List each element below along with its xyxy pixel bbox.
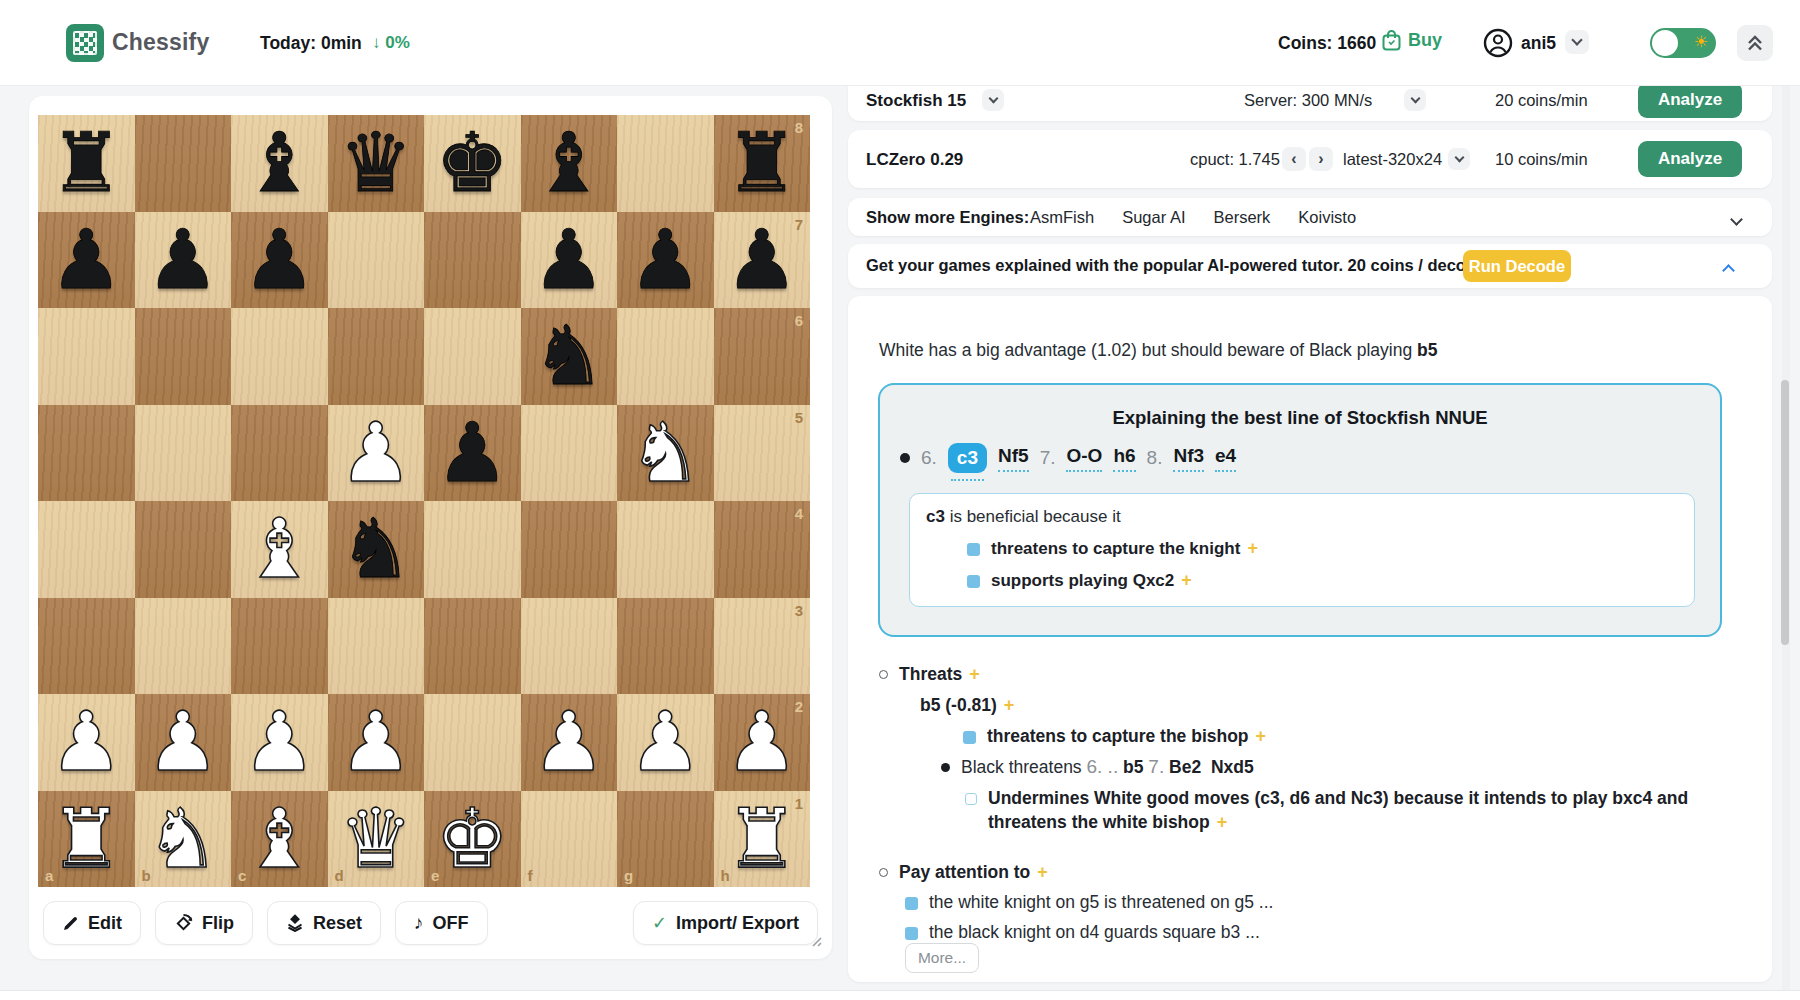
- white-pawn[interactable]: ♟: [532, 701, 606, 783]
- black-pawn[interactable]: ♟: [628, 219, 702, 301]
- bluesq-bullet-icon: [967, 543, 980, 556]
- chessify-logo-icon[interactable]: [66, 24, 104, 62]
- white-bishop[interactable]: ♝: [242, 508, 316, 590]
- square-f4[interactable]: [521, 501, 618, 598]
- music-note-icon: ♪: [414, 912, 424, 934]
- square-e3[interactable]: [424, 598, 521, 695]
- text-token: b5: [1118, 757, 1148, 777]
- bluesq-bullet-icon: [905, 927, 918, 940]
- network-label[interactable]: latest-320x24: [1343, 150, 1442, 169]
- square-a7[interactable]: ♟: [38, 212, 135, 309]
- square-b6[interactable]: [135, 308, 232, 405]
- reason-list: threatens to capture the knight+supports…: [926, 536, 1694, 593]
- toggle-knob: [1652, 30, 1678, 56]
- file-label: a: [45, 867, 53, 884]
- sun-icon: ☀: [1694, 32, 1708, 51]
- file-label: b: [142, 867, 151, 884]
- best-line-moves[interactable]: 6.c3Nf57.O-Oh68.Nf3e4: [900, 443, 1247, 473]
- square-d4[interactable]: ♞: [328, 501, 425, 598]
- square-f8[interactable]: ♝: [521, 115, 618, 212]
- black-rook[interactable]: ♜: [725, 122, 799, 204]
- server-select-chevron[interactable]: [1404, 89, 1426, 111]
- plus-icon[interactable]: +: [1217, 812, 1228, 832]
- collapse-panel-button[interactable]: [1737, 25, 1773, 61]
- square-d6[interactable]: [328, 308, 425, 405]
- dot-bullet-icon: [941, 763, 950, 772]
- ring-bullet-icon: [879, 670, 888, 679]
- square-g6[interactable]: [617, 308, 714, 405]
- text-token: Threats: [899, 664, 962, 684]
- square-f1[interactable]: f: [521, 791, 618, 888]
- text-token[interactable]: h6: [1113, 445, 1135, 472]
- square-h5[interactable]: 5: [714, 405, 811, 502]
- square-e6[interactable]: [424, 308, 521, 405]
- rank-label: 5: [795, 409, 803, 426]
- engine-option-asmfish[interactable]: AsmFish: [1030, 208, 1094, 227]
- square-b3[interactable]: [135, 598, 232, 695]
- square-h4[interactable]: 4: [714, 501, 811, 598]
- square-h3[interactable]: 3: [714, 598, 811, 695]
- edit-label: Edit: [88, 913, 122, 934]
- square-g2[interactable]: ♟: [617, 694, 714, 791]
- text-token: [900, 453, 910, 463]
- square-h2[interactable]: ♟2: [714, 694, 811, 791]
- bluesq-bullet-icon: [905, 897, 918, 910]
- file-label: d: [335, 867, 344, 884]
- text-token: Pay attention to: [899, 862, 1030, 882]
- square-g8[interactable]: [617, 115, 714, 212]
- plus-icon[interactable]: +: [1247, 538, 1258, 558]
- file-label: c: [238, 867, 246, 884]
- pay-attention-section: Pay attention to+the white knight on g5 …: [879, 860, 1273, 950]
- square-e8[interactable]: ♚: [424, 115, 521, 212]
- white-knight[interactable]: ♞: [628, 412, 702, 494]
- white-bishop[interactable]: ♝: [242, 798, 316, 880]
- analysis-line: threatens to capture the bishop+: [879, 724, 1732, 748]
- show-more-label: Show more Engines:: [866, 208, 1029, 227]
- square-g5[interactable]: ♞: [617, 405, 714, 502]
- highlighted-move[interactable]: c3: [948, 443, 987, 473]
- white-pawn[interactable]: ♟: [725, 701, 799, 783]
- square-e7[interactable]: [424, 212, 521, 309]
- black-pawn[interactable]: ♟: [49, 219, 123, 301]
- square-c7[interactable]: ♟: [231, 212, 328, 309]
- black-pawn[interactable]: ♟: [242, 219, 316, 301]
- white-pawn[interactable]: ♟: [49, 701, 123, 783]
- square-g7[interactable]: ♟: [617, 212, 714, 309]
- white-pawn[interactable]: ♟: [146, 701, 220, 783]
- white-queen[interactable]: ♛: [339, 798, 413, 880]
- white-rook[interactable]: ♜: [725, 798, 799, 880]
- rank-label: 8: [795, 119, 803, 136]
- text-token: threatens to capture the knight: [991, 539, 1240, 558]
- square-b2[interactable]: ♟: [135, 694, 232, 791]
- square-e5[interactable]: ♟: [424, 405, 521, 502]
- square-d5[interactable]: ♟: [328, 405, 425, 502]
- square-d2[interactable]: ♟: [328, 694, 425, 791]
- engine-rate-label: 10 coins/min: [1495, 150, 1588, 169]
- chevron-down-icon: [988, 93, 998, 103]
- square-c1[interactable]: ♝c: [231, 791, 328, 888]
- board-card: ♜♝♛♚♝♜8♟♟♟♟♟♟7♞6♟♟♞5♝♞43♟♟♟♟♟♟♟2♜a♞b♝c♛d…: [29, 96, 832, 959]
- square-g3[interactable]: [617, 598, 714, 695]
- square-c8[interactable]: ♝: [231, 115, 328, 212]
- board-toolbar: Edit Flip Reset ♪ OFF: [43, 901, 488, 945]
- reset-button[interactable]: Reset: [267, 901, 381, 945]
- square-d8[interactable]: ♛: [328, 115, 425, 212]
- text-token: 6.: [921, 447, 937, 469]
- square-c4[interactable]: ♝: [231, 501, 328, 598]
- chevron-up-icon: [1722, 264, 1735, 277]
- square-b8[interactable]: [135, 115, 232, 212]
- sound-off-label: OFF: [433, 913, 469, 934]
- black-king[interactable]: ♚: [435, 122, 509, 204]
- text-token: the white knight on g5 is threatened on …: [929, 892, 1273, 912]
- plus-icon[interactable]: +: [1037, 862, 1048, 882]
- buy-label: Buy: [1408, 30, 1442, 51]
- square-d1[interactable]: ♛d: [328, 791, 425, 888]
- edit-button[interactable]: Edit: [43, 901, 141, 945]
- sound-off-button[interactable]: ♪ OFF: [395, 901, 488, 945]
- square-f5[interactable]: [521, 405, 618, 502]
- text-token[interactable]: Nf5: [998, 445, 1029, 472]
- text-token: b5: [1417, 340, 1437, 360]
- network-select-chevron[interactable]: [1448, 148, 1470, 170]
- text-token: Undermines White good moves (c3, d6 and …: [988, 788, 1693, 832]
- cpuct-decrease-button[interactable]: ‹: [1282, 147, 1306, 171]
- engine-option-sugar[interactable]: Sugar AI: [1122, 208, 1185, 227]
- analysis-line: Threats+: [879, 662, 1732, 686]
- square-b4[interactable]: [135, 501, 232, 598]
- expand-engines-chevron[interactable]: [1732, 210, 1741, 228]
- plus-icon[interactable]: +: [969, 664, 980, 684]
- top-header: Chessify Today: 0min ↓ 0% Coins: 1660 Bu…: [0, 0, 1800, 86]
- today-usage-label: Today: 0min: [260, 33, 362, 54]
- engine-name[interactable]: Stockfish 15: [866, 91, 966, 111]
- square-d7[interactable]: [328, 212, 425, 309]
- user-menu-chevron[interactable]: [1565, 30, 1589, 54]
- chevron-down-icon: [1571, 34, 1582, 45]
- import-export-label: Import/ Export: [676, 913, 799, 934]
- square-h1[interactable]: ♜1h: [714, 791, 811, 888]
- decode-promo-text: Get your games explained with the popula…: [866, 256, 1490, 275]
- square-f7[interactable]: ♟: [521, 212, 618, 309]
- move-reason-box: c3 is beneficial because it threatens to…: [909, 493, 1695, 607]
- sqh-bullet-icon: [965, 793, 977, 805]
- square-a8[interactable]: ♜: [38, 115, 135, 212]
- black-knight[interactable]: ♞: [339, 508, 413, 590]
- black-pawn[interactable]: ♟: [435, 412, 509, 494]
- chevron-down-icon: [1410, 93, 1420, 103]
- reset-layers-icon: [286, 914, 304, 932]
- flip-button[interactable]: Flip: [155, 901, 253, 945]
- black-pawn[interactable]: ♟: [532, 219, 606, 301]
- cpuct-increase-button[interactable]: ›: [1309, 147, 1333, 171]
- rank-label: 7: [795, 216, 803, 233]
- today-usage-delta: ↓ 0%: [372, 33, 410, 53]
- text-token: supports playing Qxc2: [991, 571, 1174, 590]
- flip-label: Flip: [202, 913, 234, 934]
- collapse-decode-chevron[interactable]: [1724, 261, 1733, 279]
- analysis-card: White has a big advantage (1.02) but sho…: [848, 296, 1772, 982]
- chess-board[interactable]: ♜♝♛♚♝♜8♟♟♟♟♟♟7♞6♟♟♞5♝♞43♟♟♟♟♟♟♟2♜a♞b♝c♛d…: [38, 115, 810, 887]
- square-h6[interactable]: 6: [714, 308, 811, 405]
- more-engines-list: AsmFish Sugar AI Berserk Koivisto: [1030, 208, 1356, 227]
- best-line-box: Explaining the best line of Stockfish NN…: [878, 383, 1722, 637]
- show-more-engines-row: Show more Engines: AsmFish Sugar AI Bers…: [848, 198, 1772, 236]
- square-b1[interactable]: ♞b: [135, 791, 232, 888]
- ring-bullet-icon: [879, 868, 888, 877]
- square-a1[interactable]: ♜a: [38, 791, 135, 888]
- square-a5[interactable]: [38, 405, 135, 502]
- plus-icon[interactable]: +: [1256, 726, 1267, 746]
- square-c3[interactable]: [231, 598, 328, 695]
- text-token: b5 (-0.81): [920, 695, 997, 715]
- text-token: 7.: [1148, 756, 1164, 777]
- reason-lead: c3 is beneficial because it: [926, 507, 1694, 527]
- file-label: g: [624, 867, 633, 884]
- engine-row-lczero: LCZero 0.29 cpuct: 1.745 ‹ › latest-320x…: [848, 130, 1772, 188]
- square-h8[interactable]: ♜8: [714, 115, 811, 212]
- engine-select-chevron[interactable]: [982, 89, 1004, 111]
- bluesq-bullet-icon: [963, 731, 976, 744]
- text-token[interactable]: Nf3: [1173, 445, 1204, 472]
- coins-balance: Coins: 1660: [1278, 33, 1376, 54]
- footer-edge: [0, 990, 1800, 1000]
- file-label: h: [721, 867, 730, 884]
- text-token: c3: [926, 507, 945, 526]
- reset-label: Reset: [313, 913, 362, 934]
- double-chevron-up-icon: [1747, 34, 1763, 52]
- analysis-line: threatens to capture the knight+: [926, 536, 1694, 561]
- engine-name[interactable]: LCZero 0.29: [866, 150, 963, 170]
- square-a2[interactable]: ♟: [38, 694, 135, 791]
- file-label: f: [528, 867, 533, 884]
- text-token[interactable]: e4: [1215, 445, 1236, 472]
- text-token: the black knight on d4 guards square b3 …: [929, 922, 1260, 942]
- analysis-line: the white knight on g5 is threatened on …: [879, 890, 1273, 914]
- text-token: Be2 Nxd5: [1164, 757, 1253, 777]
- analysis-line: Black threatens 6. .. b5 7. Be2 Nxd5: [879, 755, 1732, 779]
- pencil-icon: [62, 915, 79, 932]
- more-button[interactable]: More...: [905, 943, 979, 973]
- square-c5[interactable]: [231, 405, 328, 502]
- square-f3[interactable]: [521, 598, 618, 695]
- white-pawn[interactable]: ♟: [242, 701, 316, 783]
- text-token: 7.: [1040, 447, 1056, 469]
- theme-toggle[interactable]: ☀: [1650, 28, 1716, 58]
- threats-section: Threats+b5 (-0.81)+threatens to capture …: [879, 662, 1732, 841]
- black-bishop[interactable]: ♝: [532, 122, 606, 204]
- square-a6[interactable]: [38, 308, 135, 405]
- square-a4[interactable]: [38, 501, 135, 598]
- white-king[interactable]: ♚: [435, 798, 509, 880]
- square-e1[interactable]: ♚e: [424, 791, 521, 888]
- square-d3[interactable]: [328, 598, 425, 695]
- rank-label: 6: [795, 312, 803, 329]
- black-pawn[interactable]: ♟: [725, 219, 799, 301]
- resize-handle[interactable]: [808, 933, 822, 951]
- square-b7[interactable]: ♟: [135, 212, 232, 309]
- white-pawn[interactable]: ♟: [339, 412, 413, 494]
- square-g1[interactable]: g: [617, 791, 714, 888]
- server-speed-label[interactable]: Server: 300 MN/s: [1244, 91, 1372, 110]
- black-pawn[interactable]: ♟: [146, 219, 220, 301]
- checkerboard-logo-mark: [73, 31, 97, 55]
- engine-rate-label: 20 coins/min: [1495, 91, 1588, 110]
- black-bishop[interactable]: ♝: [242, 122, 316, 204]
- buy-coins-button[interactable]: Buy: [1382, 30, 1442, 51]
- plus-icon[interactable]: +: [1181, 570, 1192, 590]
- analysis-line: Pay attention to+: [879, 860, 1273, 884]
- file-label: e: [431, 867, 439, 884]
- square-c6[interactable]: [231, 308, 328, 405]
- decode-banner: Get your games explained with the popula…: [848, 244, 1772, 288]
- cpuct-label: cpuct: 1.745: [1190, 150, 1280, 169]
- white-pawn[interactable]: ♟: [339, 701, 413, 783]
- white-knight[interactable]: ♞: [146, 798, 220, 880]
- square-g4[interactable]: [617, 501, 714, 598]
- square-e4[interactable]: [424, 501, 521, 598]
- text-token: threatens to capture the bishop: [987, 726, 1249, 746]
- best-line-title: Explaining the best line of Stockfish NN…: [880, 407, 1720, 429]
- checkmark-icon: ✓: [652, 912, 667, 934]
- username-label: ani5: [1521, 33, 1556, 54]
- engine-option-berserk[interactable]: Berserk: [1213, 208, 1270, 227]
- advantage-summary: White has a big advantage (1.02) but sho…: [879, 340, 1437, 361]
- rank-label: 3: [795, 602, 803, 619]
- shopping-bag-icon: [1382, 30, 1401, 51]
- analyze-button-lczero[interactable]: Analyze: [1638, 141, 1742, 177]
- text-token[interactable]: O-O: [1066, 445, 1102, 472]
- analysis-line: the black knight on d4 guards square b3 …: [879, 920, 1273, 944]
- black-rook[interactable]: ♜: [49, 122, 123, 204]
- rank-label: 4: [795, 505, 803, 522]
- rank-label: 2: [795, 698, 803, 715]
- square-c2[interactable]: ♟: [231, 694, 328, 791]
- rank-label: 1: [795, 795, 803, 812]
- white-pawn[interactable]: ♟: [628, 701, 702, 783]
- analyze-button-stockfish[interactable]: Analyze: [1638, 82, 1742, 118]
- chevron-down-icon: [1454, 152, 1464, 162]
- text-token: White has a big advantage (1.02) but sho…: [879, 340, 1417, 360]
- square-h7[interactable]: ♟7: [714, 212, 811, 309]
- square-f2[interactable]: ♟: [521, 694, 618, 791]
- bluesq-bullet-icon: [967, 575, 980, 588]
- import-export-button[interactable]: ✓ Import/ Export: [633, 901, 818, 945]
- analysis-line: supports playing Qxc2+: [926, 568, 1694, 593]
- chevron-down-icon: [1730, 213, 1743, 226]
- plus-icon[interactable]: +: [1004, 695, 1015, 715]
- black-knight[interactable]: ♞: [532, 315, 606, 397]
- run-decode-button[interactable]: Run Decode: [1463, 250, 1571, 282]
- text-token: 8.: [1147, 447, 1163, 469]
- square-f6[interactable]: ♞: [521, 308, 618, 405]
- black-queen[interactable]: ♛: [339, 122, 413, 204]
- square-b5[interactable]: [135, 405, 232, 502]
- brand-title: Chessify: [112, 29, 209, 56]
- scrollbar-thumb[interactable]: [1781, 380, 1789, 645]
- user-avatar-icon[interactable]: [1483, 28, 1513, 62]
- flip-rotate-icon: [174, 914, 193, 933]
- analysis-line: Undermines White good moves (c3, d6 and …: [879, 786, 1732, 834]
- text-token: is beneficial because it: [945, 507, 1121, 526]
- analysis-line: b5 (-0.81)+: [879, 693, 1732, 717]
- square-a3[interactable]: [38, 598, 135, 695]
- square-e2[interactable]: [424, 694, 521, 791]
- white-rook[interactable]: ♜: [49, 798, 123, 880]
- engine-option-koivisto[interactable]: Koivisto: [1298, 208, 1356, 227]
- text-token: 6. ..: [1086, 756, 1118, 777]
- text-token: Black threatens: [961, 757, 1086, 777]
